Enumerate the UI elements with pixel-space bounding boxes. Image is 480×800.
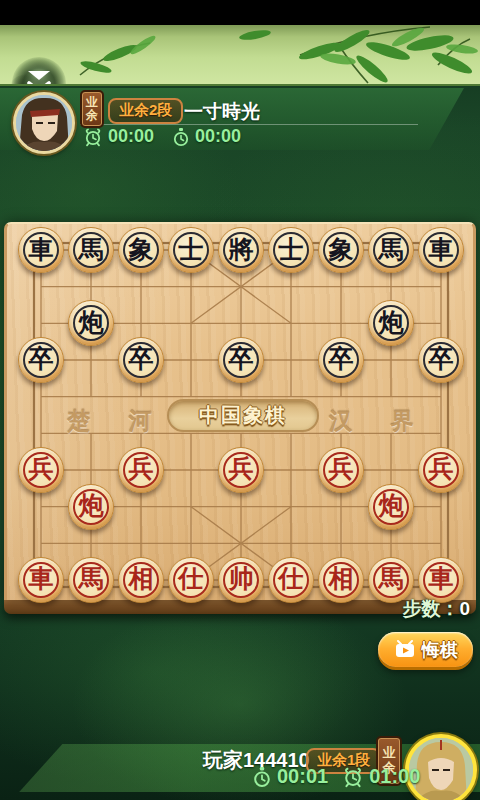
move-counter-value: 0 xyxy=(459,598,470,619)
piece-red-soldier[interactable]: 兵 xyxy=(218,447,264,493)
alarm-clock-icon xyxy=(342,766,364,788)
piece-red-soldier[interactable]: 兵 xyxy=(118,447,164,493)
piece-black-soldier[interactable]: 卒 xyxy=(118,337,164,383)
player-timers: 00:01 01:00 xyxy=(252,765,420,788)
opponent-name: 一寸時光 xyxy=(184,99,260,125)
opponent-rank-chip: 业余2段 xyxy=(108,98,183,124)
piece-red-elephant[interactable]: 相 xyxy=(318,557,364,603)
piece-black-chariot[interactable]: 車 xyxy=(18,227,64,273)
piece-black-soldier[interactable]: 卒 xyxy=(418,337,464,383)
opponent-total-timer: 00:00 xyxy=(83,126,154,147)
piece-red-horse[interactable]: 馬 xyxy=(68,557,114,603)
piece-red-elephant[interactable]: 相 xyxy=(118,557,164,603)
stopwatch-icon xyxy=(172,127,190,147)
collapse-panel-button[interactable] xyxy=(10,55,68,86)
undo-move-button[interactable]: 悔棋 xyxy=(378,632,473,667)
pieces-layer: 車馬象士將士象馬車炮炮卒卒卒卒卒兵兵兵兵兵炮炮車馬相仕帅仕相馬車 xyxy=(7,224,479,602)
piece-black-cannon[interactable]: 炮 xyxy=(68,300,114,346)
piece-black-soldier[interactable]: 卒 xyxy=(318,337,364,383)
app-screen: 业余 业余2段 一寸時光 00:00 00:00 xyxy=(0,0,480,800)
move-counter-label: 步数： xyxy=(402,598,459,619)
opponent-rank-text: 业余2段 xyxy=(119,101,172,118)
piece-black-elephant[interactable]: 象 xyxy=(118,227,164,273)
piece-black-general[interactable]: 將 xyxy=(218,227,264,273)
player-move-time: 00:01 xyxy=(277,765,328,788)
piece-black-chariot[interactable]: 車 xyxy=(418,227,464,273)
piece-red-general[interactable]: 帅 xyxy=(218,557,264,603)
player-move-timer: 00:01 xyxy=(252,765,328,788)
piece-red-cannon[interactable]: 炮 xyxy=(68,484,114,530)
piece-red-advisor[interactable]: 仕 xyxy=(168,557,214,603)
piece-red-advisor[interactable]: 仕 xyxy=(268,557,314,603)
piece-black-soldier[interactable]: 卒 xyxy=(218,337,264,383)
opponent-level-badge: 业余 xyxy=(80,90,104,128)
piece-black-advisor[interactable]: 士 xyxy=(168,227,214,273)
status-bar xyxy=(0,0,480,25)
opponent-timers: 00:00 00:00 xyxy=(83,126,241,147)
opponent-move-timer: 00:00 xyxy=(172,126,241,147)
replay-tv-icon xyxy=(394,640,416,659)
alarm-clock-icon xyxy=(83,127,103,147)
top-banner xyxy=(0,25,480,86)
opponent-total-time: 00:00 xyxy=(108,126,154,147)
player-total-timer: 01:00 xyxy=(342,765,420,788)
piece-black-advisor[interactable]: 士 xyxy=(268,227,314,273)
piece-red-chariot[interactable]: 車 xyxy=(18,557,64,603)
move-counter: 步数：0 xyxy=(402,596,470,622)
opponent-avatar[interactable] xyxy=(13,92,75,154)
piece-red-soldier[interactable]: 兵 xyxy=(418,447,464,493)
stopwatch-icon xyxy=(252,766,272,788)
piece-black-elephant[interactable]: 象 xyxy=(318,227,364,273)
piece-red-soldier[interactable]: 兵 xyxy=(318,447,364,493)
piece-black-cannon[interactable]: 炮 xyxy=(368,300,414,346)
xiangqi-board: 楚 河 中国象棋 汉 界 車馬象士將士象馬車炮炮卒卒卒卒卒兵兵兵兵兵炮炮車馬相仕… xyxy=(4,222,476,614)
double-chevron-down-icon xyxy=(25,68,53,86)
piece-red-soldier[interactable]: 兵 xyxy=(18,447,64,493)
piece-black-horse[interactable]: 馬 xyxy=(368,227,414,273)
piece-red-cannon[interactable]: 炮 xyxy=(368,484,414,530)
undo-button-label: 悔棋 xyxy=(422,638,458,662)
opponent-level-badge-text: 业余 xyxy=(86,96,98,123)
player-total-time: 01:00 xyxy=(369,765,420,788)
piece-black-horse[interactable]: 馬 xyxy=(68,227,114,273)
bamboo-leaves-icon xyxy=(0,25,480,86)
board-surface[interactable]: 楚 河 中国象棋 汉 界 車馬象士將士象馬車炮炮卒卒卒卒卒兵兵兵兵兵炮炮車馬相仕… xyxy=(4,222,476,600)
opponent-move-time: 00:00 xyxy=(195,126,241,147)
piece-black-soldier[interactable]: 卒 xyxy=(18,337,64,383)
